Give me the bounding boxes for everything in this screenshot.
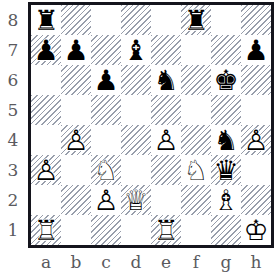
white-pawn: ♙ — [241, 125, 271, 155]
square-b7[interactable]: ♟ — [61, 35, 91, 65]
file-label-d: d — [121, 249, 151, 276]
rank-label-8: 8 — [0, 5, 26, 35]
square-a7[interactable]: ♟ — [31, 35, 61, 65]
white-king-fill: ♚ — [241, 215, 271, 245]
square-a8[interactable]: ♜ — [31, 5, 61, 35]
black-rook: ♜ — [31, 5, 61, 35]
square-e4[interactable]: ♟♙ — [151, 125, 181, 155]
square-c1[interactable] — [91, 215, 121, 245]
white-pawn: ♙ — [91, 185, 121, 215]
square-f6[interactable] — [181, 65, 211, 95]
white-pawn-fill: ♟ — [151, 125, 181, 155]
square-c8[interactable] — [91, 5, 121, 35]
white-bishop: ♗ — [211, 185, 241, 215]
white-pawn: ♙ — [151, 125, 181, 155]
square-e1[interactable]: ♜♖ — [151, 215, 181, 245]
white-knight-fill: ♞ — [91, 155, 121, 185]
rank-labels: 87654321 — [0, 5, 26, 245]
rank-label-5: 5 — [0, 95, 26, 125]
square-h4[interactable]: ♟♙ — [241, 125, 271, 155]
square-e6[interactable]: ♞ — [151, 65, 181, 95]
square-h1[interactable]: ♚♔ — [241, 215, 271, 245]
square-d8[interactable] — [121, 5, 151, 35]
file-label-g: g — [211, 249, 241, 276]
square-a2[interactable] — [31, 185, 61, 215]
file-label-e: e — [151, 249, 181, 276]
white-pawn-fill: ♟ — [31, 155, 61, 185]
black-queen: ♛ — [211, 155, 241, 185]
square-c5[interactable] — [91, 95, 121, 125]
square-g7[interactable] — [211, 35, 241, 65]
square-e3[interactable] — [151, 155, 181, 185]
square-f1[interactable] — [181, 215, 211, 245]
square-g8[interactable] — [211, 5, 241, 35]
white-rook: ♖ — [31, 215, 61, 245]
rank-label-1: 1 — [0, 215, 26, 245]
square-g1[interactable] — [211, 215, 241, 245]
square-b3[interactable] — [61, 155, 91, 185]
square-f5[interactable] — [181, 95, 211, 125]
square-d7[interactable]: ♝ — [121, 35, 151, 65]
square-e5[interactable] — [151, 95, 181, 125]
file-label-c: c — [91, 249, 121, 276]
square-f2[interactable] — [181, 185, 211, 215]
file-label-h: h — [241, 249, 271, 276]
square-a3[interactable]: ♟♙ — [31, 155, 61, 185]
square-d5[interactable] — [121, 95, 151, 125]
file-labels: abcdefgh — [31, 249, 271, 276]
square-d2[interactable]: ♛♕ — [121, 185, 151, 215]
white-pawn: ♙ — [61, 125, 91, 155]
chess-board: ♜♜♟♟♝♟♟♞♚♟♙♟♙♞♟♙♟♙♞♘♞♘♛♟♙♛♕♝♗♜♖♜♖♚♔ — [28, 2, 274, 248]
square-e7[interactable] — [151, 35, 181, 65]
square-b1[interactable] — [61, 215, 91, 245]
square-h2[interactable] — [241, 185, 271, 215]
square-d3[interactable] — [121, 155, 151, 185]
square-g4[interactable]: ♞ — [211, 125, 241, 155]
white-king: ♔ — [241, 215, 271, 245]
black-pawn: ♟ — [61, 35, 91, 65]
rank-label-4: 4 — [0, 125, 26, 155]
white-knight: ♘ — [181, 155, 211, 185]
white-bishop-fill: ♝ — [211, 185, 241, 215]
square-h7[interactable]: ♟ — [241, 35, 271, 65]
square-f4[interactable] — [181, 125, 211, 155]
square-b2[interactable] — [61, 185, 91, 215]
square-h8[interactable] — [241, 5, 271, 35]
black-pawn: ♟ — [31, 35, 61, 65]
black-king: ♚ — [211, 65, 241, 95]
black-rook: ♜ — [181, 5, 211, 35]
white-rook-fill: ♜ — [151, 215, 181, 245]
white-pawn-fill: ♟ — [61, 125, 91, 155]
rank-label-6: 6 — [0, 65, 26, 95]
square-b8[interactable] — [61, 5, 91, 35]
black-bishop: ♝ — [121, 35, 151, 65]
square-g3[interactable]: ♛ — [211, 155, 241, 185]
square-d4[interactable] — [121, 125, 151, 155]
white-queen-fill: ♛ — [121, 185, 151, 215]
square-f7[interactable] — [181, 35, 211, 65]
chess-diagram: 87654321 ♜♜♟♟♝♟♟♞♚♟♙♟♙♞♟♙♟♙♞♘♞♘♛♟♙♛♕♝♗♜♖… — [0, 0, 279, 280]
white-rook: ♖ — [151, 215, 181, 245]
white-knight-fill: ♞ — [181, 155, 211, 185]
rank-label-2: 2 — [0, 185, 26, 215]
square-a5[interactable] — [31, 95, 61, 125]
square-b4[interactable]: ♟♙ — [61, 125, 91, 155]
black-knight: ♞ — [211, 125, 241, 155]
square-d6[interactable] — [121, 65, 151, 95]
square-g5[interactable] — [211, 95, 241, 125]
white-queen: ♕ — [121, 185, 151, 215]
white-pawn-fill: ♟ — [91, 185, 121, 215]
black-pawn: ♟ — [91, 65, 121, 95]
black-pawn: ♟ — [241, 35, 271, 65]
file-label-a: a — [31, 249, 61, 276]
file-label-b: b — [61, 249, 91, 276]
square-c4[interactable] — [91, 125, 121, 155]
square-h3[interactable] — [241, 155, 271, 185]
square-h5[interactable] — [241, 95, 271, 125]
square-g2[interactable]: ♝♗ — [211, 185, 241, 215]
square-c6[interactable]: ♟ — [91, 65, 121, 95]
square-e2[interactable] — [151, 185, 181, 215]
white-rook-fill: ♜ — [31, 215, 61, 245]
square-e8[interactable] — [151, 5, 181, 35]
square-c2[interactable]: ♟♙ — [91, 185, 121, 215]
black-knight: ♞ — [151, 65, 181, 95]
white-pawn: ♙ — [31, 155, 61, 185]
square-f8[interactable]: ♜ — [181, 5, 211, 35]
square-b6[interactable] — [61, 65, 91, 95]
rank-label-3: 3 — [0, 155, 26, 185]
square-h6[interactable] — [241, 65, 271, 95]
white-knight: ♘ — [91, 155, 121, 185]
rank-label-7: 7 — [0, 35, 26, 65]
square-d1[interactable] — [121, 215, 151, 245]
white-pawn-fill: ♟ — [241, 125, 271, 155]
square-f3[interactable]: ♞♘ — [181, 155, 211, 185]
square-a6[interactable] — [31, 65, 61, 95]
square-b5[interactable] — [61, 95, 91, 125]
square-a4[interactable] — [31, 125, 61, 155]
file-label-f: f — [181, 249, 211, 276]
square-g6[interactable]: ♚ — [211, 65, 241, 95]
square-c3[interactable]: ♞♘ — [91, 155, 121, 185]
square-c7[interactable] — [91, 35, 121, 65]
square-a1[interactable]: ♜♖ — [31, 215, 61, 245]
